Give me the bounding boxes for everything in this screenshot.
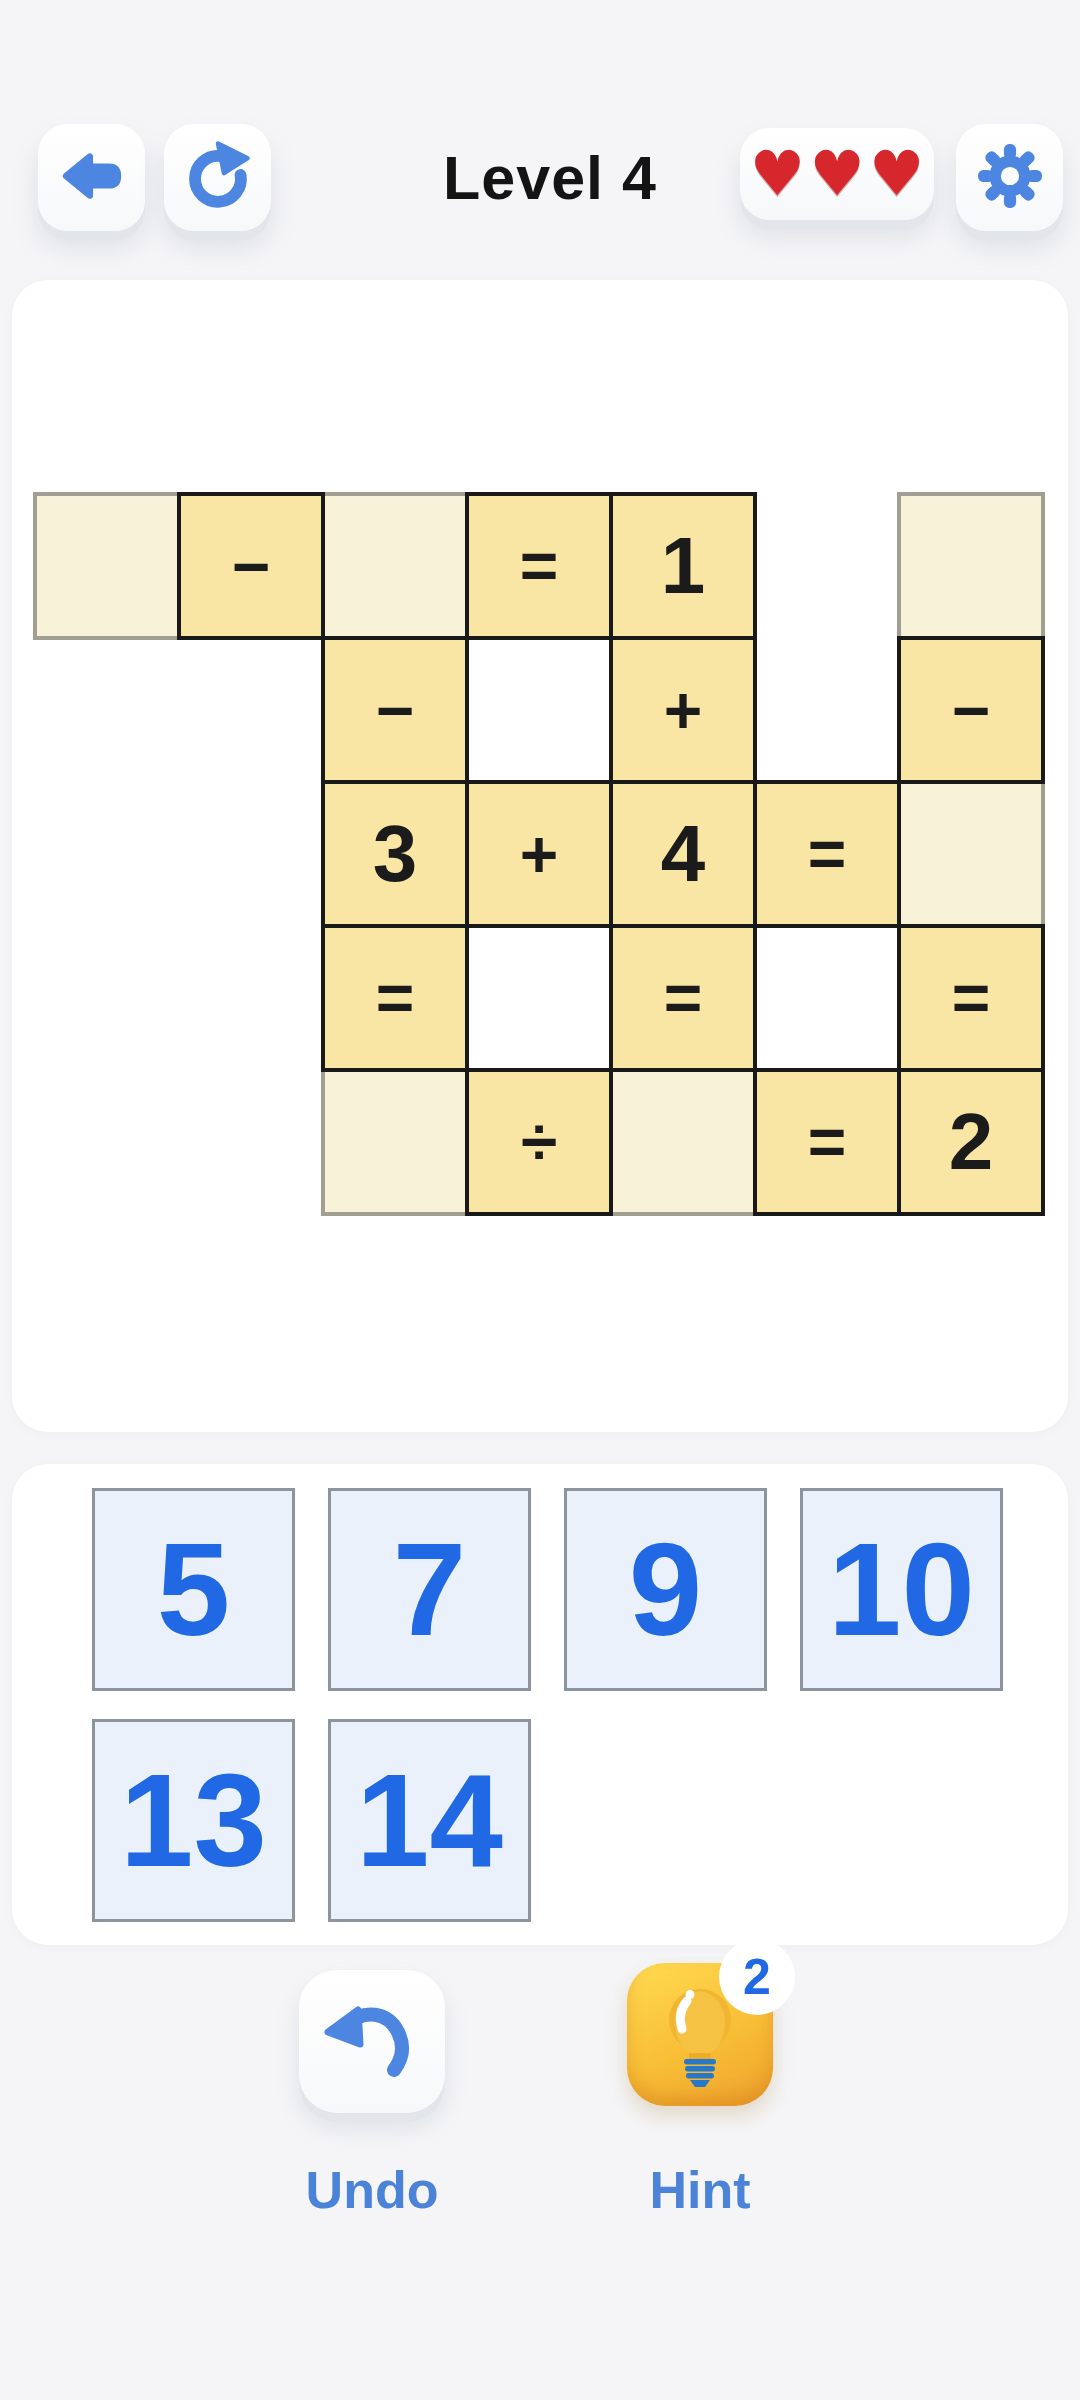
undo-label: Undo — [262, 2160, 482, 2220]
puzzle-grid: −=1−+−3+4====÷=2 — [35, 494, 1043, 1214]
cell-r2c4: 4 — [611, 782, 755, 926]
cell-r0c6[interactable] — [899, 494, 1043, 638]
cell-r4c3: ÷ — [467, 1070, 611, 1214]
cell-r2c1 — [179, 782, 323, 926]
cell-r4c1 — [179, 1070, 323, 1214]
cell-r0c5 — [755, 494, 899, 638]
lives-indicator: ♥♥♥ — [740, 128, 934, 220]
cell-r3c2: = — [323, 926, 467, 1070]
cell-r1c2: − — [323, 638, 467, 782]
tile-13[interactable]: 13 — [92, 1719, 295, 1922]
cell-r1c3 — [467, 638, 611, 782]
settings-button[interactable] — [956, 124, 1063, 231]
cell-r1c6: − — [899, 638, 1043, 782]
tile-9[interactable]: 9 — [564, 1488, 767, 1691]
cell-r1c0 — [35, 638, 179, 782]
restart-icon — [181, 139, 255, 217]
cell-r0c4: 1 — [611, 494, 755, 638]
heart-icon: ♥ — [809, 143, 865, 205]
cell-r2c3: + — [467, 782, 611, 926]
cell-r3c4: = — [611, 926, 755, 1070]
hint-count-badge: 2 — [719, 1939, 795, 2015]
cell-r2c0 — [35, 782, 179, 926]
tile-7[interactable]: 7 — [328, 1488, 531, 1691]
cell-r0c3: = — [467, 494, 611, 638]
crossmath-level-screen: { "game": "crossmath-number-puzzle", "he… — [0, 0, 1080, 2400]
tile-10[interactable]: 10 — [800, 1488, 1003, 1691]
cell-r4c6: 2 — [899, 1070, 1043, 1214]
cell-r4c5: = — [755, 1070, 899, 1214]
cell-r2c6[interactable] — [899, 782, 1043, 926]
cell-r0c0[interactable] — [35, 494, 179, 638]
cell-r3c0 — [35, 926, 179, 1070]
cell-r3c6: = — [899, 926, 1043, 1070]
cell-r0c1: − — [179, 494, 323, 638]
number-tile-tray: 579101314 — [92, 1488, 1006, 1922]
cell-r4c0 — [35, 1070, 179, 1214]
restart-button[interactable] — [164, 124, 271, 231]
cell-r4c2[interactable] — [323, 1070, 467, 1214]
cell-r3c1 — [179, 926, 323, 1070]
cell-r1c5 — [755, 638, 899, 782]
cell-r2c5: = — [755, 782, 899, 926]
cell-r3c5 — [755, 926, 899, 1070]
back-arrow-icon — [56, 140, 128, 216]
back-button[interactable] — [38, 124, 145, 231]
cell-r4c4[interactable] — [611, 1070, 755, 1214]
cell-r2c2: 3 — [323, 782, 467, 926]
undo-button[interactable] — [299, 1970, 445, 2113]
tile-14[interactable]: 14 — [328, 1719, 531, 1922]
level-title: Level 4 — [340, 141, 760, 215]
cell-r1c4: + — [611, 638, 755, 782]
gear-icon — [972, 138, 1048, 218]
hint-button[interactable]: 2 — [627, 1963, 773, 2106]
hint-label: Hint — [590, 2160, 810, 2220]
undo-arrow-icon — [322, 1990, 422, 2094]
cell-r0c2[interactable] — [323, 494, 467, 638]
cell-r1c1 — [179, 638, 323, 782]
cell-r3c3 — [467, 926, 611, 1070]
tile-5[interactable]: 5 — [92, 1488, 295, 1691]
heart-icon: ♥ — [869, 143, 925, 205]
heart-icon: ♥ — [750, 143, 806, 205]
